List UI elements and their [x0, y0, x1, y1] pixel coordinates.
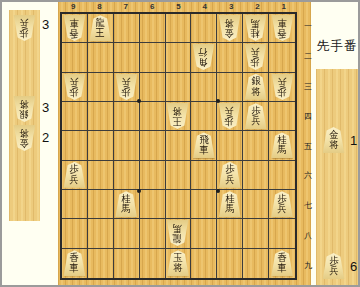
file-label: 8: [86, 2, 112, 12]
square-1-8[interactable]: [269, 219, 295, 248]
square-9-7[interactable]: [62, 190, 88, 219]
piece-kanji: 歩: [70, 87, 79, 98]
square-2-1[interactable]: 桂馬: [243, 14, 269, 43]
rank-label: 九: [302, 250, 314, 280]
piece-gote-香車[interactable]: 香車: [271, 15, 294, 41]
square-2-7[interactable]: [243, 190, 269, 219]
square-5-7[interactable]: [166, 190, 192, 219]
star-point: [137, 99, 141, 103]
rank-label: 六: [302, 161, 314, 191]
square-3-5[interactable]: [217, 131, 243, 160]
piece-sente-歩兵[interactable]: 歩兵: [218, 162, 241, 188]
square-1-6[interactable]: [269, 161, 295, 190]
square-8-4[interactable]: [88, 102, 114, 131]
square-7-3[interactable]: 歩兵: [114, 73, 140, 102]
square-6-4[interactable]: [140, 102, 166, 131]
square-6-8[interactable]: [140, 219, 166, 248]
piece-kanji: 将: [173, 263, 182, 274]
square-1-1[interactable]: 香車: [269, 14, 295, 43]
square-6-1[interactable]: [140, 14, 166, 43]
file-label: 9: [60, 2, 86, 12]
square-6-5[interactable]: [140, 131, 166, 160]
star-point: [137, 189, 141, 193]
piece-sente-香車[interactable]: 香車: [271, 250, 294, 276]
piece-gote-歩兵[interactable]: 歩兵: [115, 74, 138, 100]
piece-kanji: 車: [70, 263, 79, 274]
file-label: 6: [139, 2, 165, 12]
square-9-1[interactable]: 香車: [62, 14, 88, 43]
square-5-5[interactable]: [166, 131, 192, 160]
square-7-4[interactable]: [114, 102, 140, 131]
square-4-4[interactable]: [191, 102, 217, 131]
piece-sente-桂馬[interactable]: 桂馬: [271, 132, 294, 158]
square-3-1[interactable]: 金将: [217, 14, 243, 43]
square-9-8[interactable]: [62, 219, 88, 248]
piece-sente-歩兵[interactable]: 歩兵: [244, 103, 267, 129]
piece-kanji: 将: [20, 128, 29, 139]
piece-kanji: 馬: [173, 223, 182, 234]
square-5-4[interactable]: 王将: [166, 102, 192, 131]
square-8-7[interactable]: [88, 190, 114, 219]
square-1-7[interactable]: 歩兵: [269, 190, 295, 219]
piece-gote-歩兵[interactable]: 歩兵: [271, 74, 294, 100]
piece-kanji: 将: [329, 140, 338, 151]
square-2-2[interactable]: 歩兵: [243, 43, 269, 72]
square-5-1[interactable]: [166, 14, 192, 43]
piece-kanji: 角: [199, 57, 208, 68]
piece-kanji: 兵: [251, 47, 260, 58]
piece-kanji: 車: [277, 18, 286, 29]
square-2-3[interactable]: 銀将: [243, 73, 269, 102]
piece-gote-歩兵[interactable]: 歩兵: [13, 15, 36, 41]
square-8-6[interactable]: [88, 161, 114, 190]
piece-kanji: 車: [70, 18, 79, 29]
piece-kanji: 車: [277, 263, 286, 274]
square-4-2[interactable]: 角行: [191, 43, 217, 72]
gote-hand-count: 3: [42, 17, 49, 32]
piece-kanji: 将: [225, 18, 234, 29]
piece-sente-歩兵[interactable]: 歩兵: [271, 191, 294, 217]
square-2-8[interactable]: [243, 219, 269, 248]
square-3-3[interactable]: [217, 73, 243, 102]
star-point: [216, 99, 220, 103]
file-label: 2: [244, 2, 270, 12]
piece-gote-角行[interactable]: 角行: [192, 44, 215, 70]
sente-hand-count: 6: [350, 259, 357, 274]
square-5-9[interactable]: 玉将: [166, 249, 192, 278]
piece-kanji: 桂: [251, 28, 260, 39]
square-5-3[interactable]: [166, 73, 192, 102]
piece-gote-桂馬[interactable]: 桂馬: [244, 15, 267, 41]
square-9-4[interactable]: [62, 102, 88, 131]
piece-kanji: 香: [277, 28, 286, 39]
turn-indicator: 先手番: [313, 38, 360, 55]
square-4-6[interactable]: [191, 161, 217, 190]
square-4-3[interactable]: [191, 73, 217, 102]
square-7-9[interactable]: [114, 249, 140, 278]
square-8-8[interactable]: [88, 219, 114, 248]
shogi-app: 歩兵銀将金将 987654321 一二三四五六七八九 香車龍王金将桂馬香車角行歩…: [0, 0, 360, 287]
piece-sente-歩兵[interactable]: 歩兵: [63, 162, 86, 188]
square-1-9[interactable]: 香車: [269, 249, 295, 278]
square-8-5[interactable]: [88, 131, 114, 160]
rank-label: 三: [302, 72, 314, 102]
piece-gote-王将[interactable]: 王将: [166, 103, 189, 129]
piece-sente-玉将[interactable]: 玉将: [166, 250, 189, 276]
piece-sente-桂馬[interactable]: 桂馬: [218, 191, 241, 217]
square-2-9[interactable]: [243, 249, 269, 278]
square-3-2[interactable]: [217, 43, 243, 72]
shogi-board: 987654321 一二三四五六七八九 香車龍王金将桂馬香車角行歩兵歩兵歩兵銀将…: [58, 2, 311, 285]
rank-label: 八: [302, 220, 314, 250]
square-2-5[interactable]: [243, 131, 269, 160]
file-label: 4: [192, 2, 218, 12]
board-grid: 香車龍王金将桂馬香車角行歩兵歩兵歩兵銀将歩兵王将歩兵歩兵飛車桂馬歩兵歩兵桂馬桂馬…: [60, 12, 297, 280]
square-5-2[interactable]: [166, 43, 192, 72]
piece-gote-歩兵[interactable]: 歩兵: [63, 74, 86, 100]
piece-gote-香車[interactable]: 香車: [63, 15, 86, 41]
star-point: [216, 189, 220, 193]
square-9-3[interactable]: 歩兵: [62, 73, 88, 102]
square-8-3[interactable]: [88, 73, 114, 102]
square-3-7[interactable]: 桂馬: [217, 190, 243, 219]
square-1-5[interactable]: 桂馬: [269, 131, 295, 160]
square-8-1[interactable]: 龍王: [88, 14, 114, 43]
piece-kanji: 兵: [70, 76, 79, 87]
square-4-5[interactable]: 飛車: [191, 131, 217, 160]
sente-hand-count: 1: [350, 133, 357, 148]
square-1-3[interactable]: 歩兵: [269, 73, 295, 102]
square-1-4[interactable]: [269, 102, 295, 131]
piece-kanji: 兵: [251, 116, 260, 127]
rank-label: 七: [302, 191, 314, 221]
piece-gote-歩兵[interactable]: 歩兵: [218, 103, 241, 129]
square-9-2[interactable]: [62, 43, 88, 72]
file-label: 1: [271, 2, 297, 12]
square-4-7[interactable]: [191, 190, 217, 219]
piece-kanji: 車: [199, 145, 208, 156]
piece-sente-龍王[interactable]: 龍王: [89, 15, 112, 41]
gote-hand-count: 3: [42, 100, 49, 115]
piece-kanji: 王: [173, 116, 182, 127]
square-6-7[interactable]: [140, 190, 166, 219]
square-9-6[interactable]: 歩兵: [62, 161, 88, 190]
square-7-7[interactable]: 桂馬: [114, 190, 140, 219]
square-8-9[interactable]: [88, 249, 114, 278]
piece-gote-龍馬[interactable]: 龍馬: [166, 220, 189, 246]
square-3-9[interactable]: [217, 249, 243, 278]
piece-kanji: 兵: [70, 175, 79, 186]
rank-label: 五: [302, 131, 314, 161]
gote-hand-count: 2: [42, 130, 49, 145]
piece-sente-桂馬[interactable]: 桂馬: [115, 191, 138, 217]
square-7-6[interactable]: [114, 161, 140, 190]
square-5-8[interactable]: 龍馬: [166, 219, 192, 248]
piece-sente-歩兵[interactable]: 歩兵: [322, 253, 345, 279]
piece-kanji: 将: [20, 99, 29, 110]
piece-kanji: 歩: [251, 57, 260, 68]
square-1-2[interactable]: [269, 43, 295, 72]
gote-hand-tray: 歩兵銀将金将: [9, 10, 40, 221]
piece-kanji: 兵: [225, 175, 234, 186]
piece-kanji: 馬: [122, 204, 131, 215]
piece-kanji: 将: [251, 87, 260, 98]
square-3-4[interactable]: 歩兵: [217, 102, 243, 131]
piece-gote-金将[interactable]: 金将: [218, 15, 241, 41]
piece-kanji: 歩: [277, 87, 286, 98]
square-7-1[interactable]: [114, 14, 140, 43]
piece-kanji: 兵: [277, 204, 286, 215]
piece-kanji: 龍: [173, 233, 182, 244]
piece-kanji: 将: [173, 106, 182, 117]
square-9-5[interactable]: [62, 131, 88, 160]
piece-kanji: 金: [225, 28, 234, 39]
piece-kanji: 兵: [122, 76, 131, 87]
square-7-8[interactable]: [114, 219, 140, 248]
piece-sente-金将[interactable]: 金将: [322, 127, 345, 153]
square-6-9[interactable]: [140, 249, 166, 278]
piece-kanji: 香: [70, 28, 79, 39]
square-6-2[interactable]: [140, 43, 166, 72]
square-3-6[interactable]: 歩兵: [217, 161, 243, 190]
square-8-2[interactable]: [88, 43, 114, 72]
piece-gote-銀将[interactable]: 銀将: [13, 96, 36, 122]
square-4-8[interactable]: [191, 219, 217, 248]
square-5-6[interactable]: [166, 161, 192, 190]
piece-kanji: 馬: [277, 145, 286, 156]
piece-gote-金将[interactable]: 金将: [13, 125, 36, 151]
square-6-3[interactable]: [140, 73, 166, 102]
piece-kanji: 兵: [277, 76, 286, 87]
file-label: 5: [165, 2, 191, 12]
piece-kanji: 行: [199, 47, 208, 58]
sente-hand-tray: 金将1歩兵6: [316, 69, 359, 285]
square-7-5[interactable]: [114, 131, 140, 160]
square-2-6[interactable]: [243, 161, 269, 190]
piece-sente-香車[interactable]: 香車: [63, 250, 86, 276]
piece-kanji: 兵: [20, 18, 29, 29]
piece-gote-歩兵[interactable]: 歩兵: [244, 44, 267, 70]
piece-kanji: 兵: [329, 266, 338, 277]
square-3-8[interactable]: [217, 219, 243, 248]
piece-kanji: 馬: [251, 18, 260, 29]
file-label: 3: [218, 2, 244, 12]
piece-kanji: 歩: [20, 28, 29, 39]
piece-sente-銀将[interactable]: 銀将: [244, 74, 267, 100]
piece-sente-飛車[interactable]: 飛車: [192, 132, 215, 158]
piece-kanji: 銀: [20, 109, 29, 120]
square-6-6[interactable]: [140, 161, 166, 190]
square-7-2[interactable]: [114, 43, 140, 72]
piece-kanji: 歩: [225, 116, 234, 127]
square-4-1[interactable]: [191, 14, 217, 43]
square-4-9[interactable]: [191, 249, 217, 278]
square-2-4[interactable]: 歩兵: [243, 102, 269, 131]
file-label: 7: [113, 2, 139, 12]
piece-kanji: 金: [20, 138, 29, 149]
piece-kanji: 王: [96, 28, 105, 39]
square-9-9[interactable]: 香車: [62, 249, 88, 278]
piece-kanji: 兵: [225, 106, 234, 117]
rank-label: 四: [302, 101, 314, 131]
piece-kanji: 馬: [225, 204, 234, 215]
piece-kanji: 歩: [122, 87, 131, 98]
file-labels: 987654321: [60, 2, 297, 12]
